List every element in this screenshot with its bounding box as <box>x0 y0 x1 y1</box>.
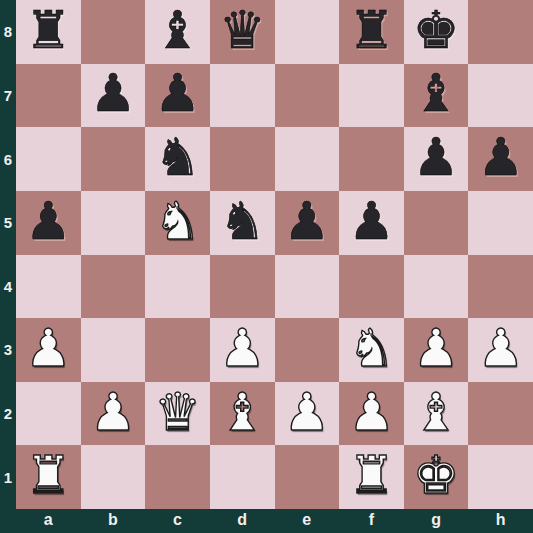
square-c1[interactable] <box>145 445 210 509</box>
file-label-h: h <box>468 509 533 533</box>
square-d6[interactable] <box>210 127 275 191</box>
piece-black-knight[interactable]: ♞ <box>219 195 266 247</box>
square-g1[interactable]: ♚ <box>404 445 469 509</box>
square-a7[interactable] <box>16 64 81 128</box>
rank-label-4: 4 <box>0 255 16 319</box>
rank-label-3: 3 <box>0 318 16 382</box>
square-h2[interactable] <box>468 382 533 446</box>
piece-black-rook[interactable]: ♜ <box>348 4 395 56</box>
square-e3[interactable] <box>275 318 340 382</box>
square-g7[interactable]: ♝ <box>404 64 469 128</box>
chess-app: 87654321 ♜♝♛♜♚♟♟♝♞♟♟♟♞♞♟♟♟♟♞♟♟♟♛♝♟♟♝♜♜♚ … <box>0 0 533 533</box>
piece-white-rook[interactable]: ♜ <box>25 449 72 501</box>
square-f3[interactable]: ♞ <box>339 318 404 382</box>
square-h6[interactable]: ♟ <box>468 127 533 191</box>
square-a6[interactable] <box>16 127 81 191</box>
square-c7[interactable]: ♟ <box>145 64 210 128</box>
square-d1[interactable] <box>210 445 275 509</box>
piece-white-knight[interactable]: ♞ <box>348 322 395 374</box>
piece-black-queen[interactable]: ♛ <box>219 4 266 56</box>
piece-white-rook[interactable]: ♜ <box>348 449 395 501</box>
piece-white-queen[interactable]: ♛ <box>154 386 201 438</box>
square-g8[interactable]: ♚ <box>404 0 469 64</box>
rank-label-1: 1 <box>0 445 16 509</box>
square-g3[interactable]: ♟ <box>404 318 469 382</box>
piece-black-pawn[interactable]: ♟ <box>348 195 395 247</box>
square-e7[interactable] <box>275 64 340 128</box>
file-label-g: g <box>404 509 469 533</box>
square-a2[interactable] <box>16 382 81 446</box>
rank-label-8: 8 <box>0 0 16 64</box>
piece-black-knight[interactable]: ♞ <box>154 131 201 183</box>
square-b2[interactable]: ♟ <box>81 382 146 446</box>
piece-white-pawn[interactable]: ♟ <box>25 322 72 374</box>
piece-white-pawn[interactable]: ♟ <box>284 386 331 438</box>
square-c4[interactable] <box>145 255 210 319</box>
square-h1[interactable] <box>468 445 533 509</box>
piece-black-bishop[interactable]: ♝ <box>413 67 460 119</box>
square-f2[interactable]: ♟ <box>339 382 404 446</box>
square-h4[interactable] <box>468 255 533 319</box>
square-e6[interactable] <box>275 127 340 191</box>
square-f4[interactable] <box>339 255 404 319</box>
square-e8[interactable] <box>275 0 340 64</box>
square-h5[interactable] <box>468 191 533 255</box>
square-d8[interactable]: ♛ <box>210 0 275 64</box>
piece-black-pawn[interactable]: ♟ <box>25 195 72 247</box>
square-e5[interactable]: ♟ <box>275 191 340 255</box>
file-labels: abcdefgh <box>16 509 533 533</box>
piece-white-pawn[interactable]: ♟ <box>90 386 137 438</box>
piece-black-rook[interactable]: ♜ <box>25 4 72 56</box>
chess-board[interactable]: ♜♝♛♜♚♟♟♝♞♟♟♟♞♞♟♟♟♟♞♟♟♟♛♝♟♟♝♜♜♚ <box>16 0 533 509</box>
square-e1[interactable] <box>275 445 340 509</box>
rank-label-7: 7 <box>0 64 16 128</box>
square-f1[interactable]: ♜ <box>339 445 404 509</box>
square-c2[interactable]: ♛ <box>145 382 210 446</box>
rank-label-6: 6 <box>0 127 16 191</box>
square-b7[interactable]: ♟ <box>81 64 146 128</box>
square-a5[interactable]: ♟ <box>16 191 81 255</box>
file-label-e: e <box>275 509 340 533</box>
square-d2[interactable]: ♝ <box>210 382 275 446</box>
square-e4[interactable] <box>275 255 340 319</box>
piece-black-pawn[interactable]: ♟ <box>477 131 524 183</box>
square-c5[interactable]: ♞ <box>145 191 210 255</box>
rank-label-5: 5 <box>0 191 16 255</box>
piece-black-pawn[interactable]: ♟ <box>413 131 460 183</box>
square-a8[interactable]: ♜ <box>16 0 81 64</box>
square-g6[interactable]: ♟ <box>404 127 469 191</box>
piece-white-king[interactable]: ♚ <box>413 449 460 501</box>
square-b3[interactable] <box>81 318 146 382</box>
piece-white-pawn[interactable]: ♟ <box>219 322 266 374</box>
square-c6[interactable]: ♞ <box>145 127 210 191</box>
piece-black-king[interactable]: ♚ <box>413 4 460 56</box>
piece-white-bishop[interactable]: ♝ <box>219 386 266 438</box>
square-g2[interactable]: ♝ <box>404 382 469 446</box>
piece-black-bishop[interactable]: ♝ <box>154 4 201 56</box>
square-b1[interactable] <box>81 445 146 509</box>
square-d4[interactable] <box>210 255 275 319</box>
file-label-c: c <box>145 509 210 533</box>
file-label-f: f <box>339 509 404 533</box>
square-f8[interactable]: ♜ <box>339 0 404 64</box>
square-h7[interactable] <box>468 64 533 128</box>
square-d5[interactable]: ♞ <box>210 191 275 255</box>
square-e2[interactable]: ♟ <box>275 382 340 446</box>
square-d3[interactable]: ♟ <box>210 318 275 382</box>
square-a1[interactable]: ♜ <box>16 445 81 509</box>
rank-label-2: 2 <box>0 382 16 446</box>
piece-white-knight[interactable]: ♞ <box>154 195 201 247</box>
square-h8[interactable] <box>468 0 533 64</box>
piece-black-pawn[interactable]: ♟ <box>90 67 137 119</box>
file-label-b: b <box>81 509 146 533</box>
square-h3[interactable]: ♟ <box>468 318 533 382</box>
square-f7[interactable] <box>339 64 404 128</box>
square-a3[interactable]: ♟ <box>16 318 81 382</box>
square-b5[interactable] <box>81 191 146 255</box>
piece-white-pawn[interactable]: ♟ <box>413 322 460 374</box>
rank-labels: 87654321 <box>0 0 16 509</box>
square-b8[interactable] <box>81 0 146 64</box>
piece-white-pawn[interactable]: ♟ <box>477 322 524 374</box>
piece-white-pawn[interactable]: ♟ <box>348 386 395 438</box>
piece-black-pawn[interactable]: ♟ <box>154 67 201 119</box>
square-d7[interactable] <box>210 64 275 128</box>
square-g5[interactable] <box>404 191 469 255</box>
file-label-d: d <box>210 509 275 533</box>
piece-black-pawn[interactable]: ♟ <box>284 195 331 247</box>
file-label-a: a <box>16 509 81 533</box>
piece-white-bishop[interactable]: ♝ <box>413 386 460 438</box>
square-a4[interactable] <box>16 255 81 319</box>
square-b6[interactable] <box>81 127 146 191</box>
square-b4[interactable] <box>81 255 146 319</box>
square-c8[interactable]: ♝ <box>145 0 210 64</box>
square-f5[interactable]: ♟ <box>339 191 404 255</box>
square-g4[interactable] <box>404 255 469 319</box>
square-f6[interactable] <box>339 127 404 191</box>
square-c3[interactable] <box>145 318 210 382</box>
